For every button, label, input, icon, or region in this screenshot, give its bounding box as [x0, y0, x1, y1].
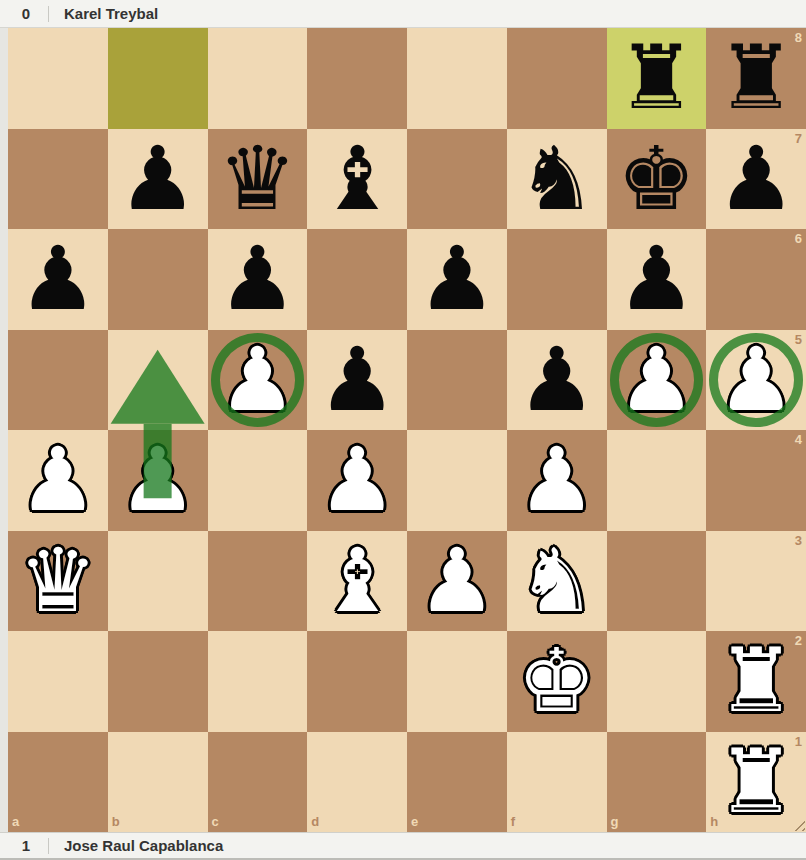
square-g2[interactable]	[607, 631, 707, 732]
coord-file-d: d	[311, 814, 319, 829]
square-b3[interactable]	[108, 531, 208, 632]
score-separator-bottom	[48, 838, 49, 854]
black-king[interactable]: ♚	[617, 135, 696, 223]
white-bishop[interactable]: ♝	[318, 537, 397, 625]
square-d4[interactable]: ♟	[307, 430, 407, 531]
square-a2[interactable]	[8, 631, 108, 732]
coord-rank-4: 4	[795, 432, 802, 447]
white-pawn[interactable]: ♟	[417, 537, 496, 625]
square-b6[interactable]	[108, 229, 208, 330]
square-f4[interactable]: ♟	[507, 430, 607, 531]
square-h4[interactable]: 4	[706, 430, 806, 531]
black-pawn[interactable]: ♟	[617, 235, 696, 323]
square-f1[interactable]: f	[507, 732, 607, 833]
black-pawn[interactable]: ♟	[717, 135, 796, 223]
black-pawn[interactable]: ♟	[18, 235, 97, 323]
coord-rank-3: 3	[795, 533, 802, 548]
square-a3[interactable]: ♛	[8, 531, 108, 632]
square-c1[interactable]: c	[208, 732, 308, 833]
square-h8[interactable]: 8♜	[706, 28, 806, 129]
coord-file-c: c	[212, 814, 219, 829]
square-c3[interactable]	[208, 531, 308, 632]
white-pawn[interactable]: ♟	[118, 436, 197, 524]
black-pawn[interactable]: ♟	[517, 336, 596, 424]
black-queen[interactable]: ♛	[218, 135, 297, 223]
white-knight[interactable]: ♞	[517, 537, 596, 625]
square-d3[interactable]: ♝	[307, 531, 407, 632]
coord-file-e: e	[411, 814, 418, 829]
square-h6[interactable]: 6	[706, 229, 806, 330]
square-f6[interactable]	[507, 229, 607, 330]
white-king[interactable]: ♚	[517, 637, 596, 725]
square-d5[interactable]: ♟	[307, 330, 407, 431]
square-c2[interactable]	[208, 631, 308, 732]
white-pawn[interactable]: ♟	[218, 336, 297, 424]
black-pawn[interactable]: ♟	[417, 235, 496, 323]
square-d2[interactable]	[307, 631, 407, 732]
square-e7[interactable]	[407, 129, 507, 230]
coord-rank-6: 6	[795, 231, 802, 246]
player-top-score: 0	[16, 5, 36, 22]
white-pawn[interactable]: ♟	[318, 436, 397, 524]
square-a8[interactable]	[8, 28, 108, 129]
black-knight[interactable]: ♞	[517, 135, 596, 223]
square-h3[interactable]: 3	[706, 531, 806, 632]
square-a7[interactable]	[8, 129, 108, 230]
square-g4[interactable]	[607, 430, 707, 531]
white-pawn[interactable]: ♟	[617, 336, 696, 424]
white-rook[interactable]: ♜	[717, 738, 796, 826]
coord-file-g: g	[611, 814, 619, 829]
square-f5[interactable]: ♟	[507, 330, 607, 431]
square-a5[interactable]	[8, 330, 108, 431]
square-e2[interactable]	[407, 631, 507, 732]
square-f8[interactable]	[507, 28, 607, 129]
square-g5[interactable]: ♟	[607, 330, 707, 431]
square-f3[interactable]: ♞	[507, 531, 607, 632]
square-d8[interactable]	[307, 28, 407, 129]
square-b7[interactable]: ♟	[108, 129, 208, 230]
square-c7[interactable]: ♛	[208, 129, 308, 230]
player-bottom-score: 1	[16, 837, 36, 854]
square-c4[interactable]	[208, 430, 308, 531]
square-c8[interactable]	[208, 28, 308, 129]
coord-rank-7: 7	[795, 131, 802, 146]
square-b5[interactable]	[108, 330, 208, 431]
square-g8[interactable]: ♜	[607, 28, 707, 129]
square-e6[interactable]: ♟	[407, 229, 507, 330]
coord-rank-5: 5	[795, 332, 802, 347]
coord-file-h: h	[710, 814, 718, 829]
white-queen[interactable]: ♛	[18, 537, 97, 625]
square-b1[interactable]: b	[108, 732, 208, 833]
square-b8[interactable]	[108, 28, 208, 129]
square-h2[interactable]: 2♜	[706, 631, 806, 732]
black-pawn[interactable]: ♟	[318, 336, 397, 424]
square-f2[interactable]: ♚	[507, 631, 607, 732]
square-d7[interactable]: ♝	[307, 129, 407, 230]
square-g3[interactable]	[607, 531, 707, 632]
square-h5[interactable]: 5♟	[706, 330, 806, 431]
black-rook[interactable]: ♜	[717, 34, 796, 122]
player-bottom-name: Jose Raul Capablanca	[64, 837, 223, 854]
white-rook[interactable]: ♜	[717, 637, 796, 725]
score-separator-top	[48, 6, 49, 22]
white-pawn[interactable]: ♟	[517, 436, 596, 524]
square-d1[interactable]: d	[307, 732, 407, 833]
coord-file-f: f	[511, 814, 515, 829]
square-h7[interactable]: 7♟	[706, 129, 806, 230]
square-e4[interactable]	[407, 430, 507, 531]
coord-file-a: a	[12, 814, 19, 829]
square-e3[interactable]: ♟	[407, 531, 507, 632]
square-e1[interactable]: e	[407, 732, 507, 833]
coord-rank-2: 2	[795, 633, 802, 648]
square-e8[interactable]	[407, 28, 507, 129]
square-a4[interactable]: ♟	[8, 430, 108, 531]
square-d6[interactable]	[307, 229, 407, 330]
square-f7[interactable]: ♞	[507, 129, 607, 230]
square-c5[interactable]: ♟	[208, 330, 308, 431]
square-a1[interactable]: a	[8, 732, 108, 833]
square-e5[interactable]	[407, 330, 507, 431]
player-bar-top: 0 Karel Treybal	[0, 0, 806, 28]
coord-rank-8: 8	[795, 30, 802, 45]
square-c6[interactable]: ♟	[208, 229, 308, 330]
square-b4[interactable]: ♟	[108, 430, 208, 531]
player-top-name: Karel Treybal	[64, 5, 158, 22]
square-b2[interactable]	[108, 631, 208, 732]
coord-file-b: b	[112, 814, 120, 829]
white-pawn[interactable]: ♟	[18, 436, 97, 524]
square-g6[interactable]: ♟	[607, 229, 707, 330]
chess-board: ♜8♜♟♛♝♞♚7♟♟♟♟♟6♟♟♟♟5♟♟♟♟♟4♛♝♟♞3♚2♜abcdef…	[8, 28, 806, 832]
player-bar-bottom: 1 Jose Raul Capablanca	[0, 832, 806, 860]
white-pawn[interactable]: ♟	[717, 336, 796, 424]
coord-rank-1: 1	[795, 734, 802, 749]
square-g7[interactable]: ♚	[607, 129, 707, 230]
black-rook[interactable]: ♜	[617, 34, 696, 122]
black-pawn[interactable]: ♟	[118, 135, 197, 223]
black-bishop[interactable]: ♝	[318, 135, 397, 223]
square-a6[interactable]: ♟	[8, 229, 108, 330]
black-pawn[interactable]: ♟	[218, 235, 297, 323]
square-g1[interactable]: g	[607, 732, 707, 833]
square-h1[interactable]: h1♜	[706, 732, 806, 833]
